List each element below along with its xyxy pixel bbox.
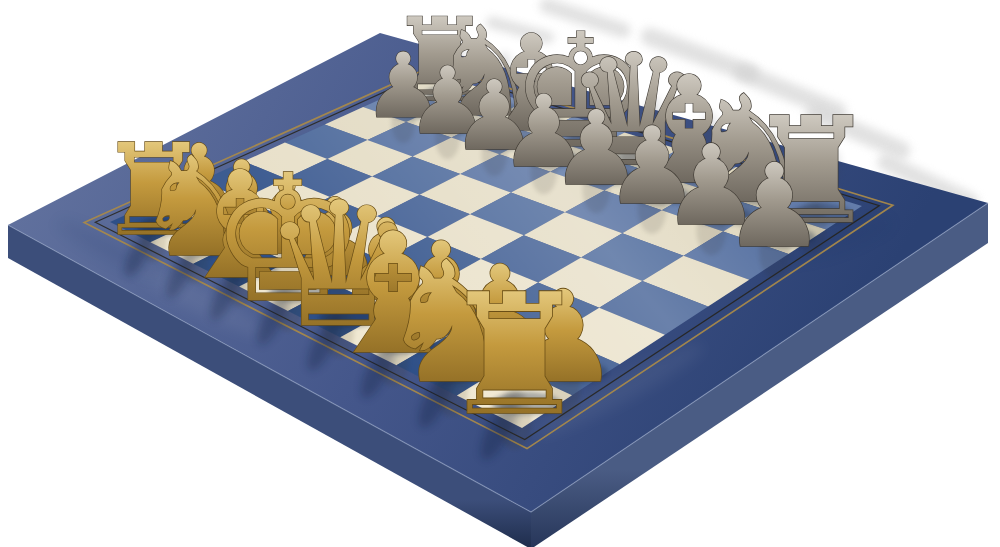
piece-white-rook-a1: ♜ <box>440 258 590 452</box>
piece-black-pawn-a7: ♟ <box>723 139 826 273</box>
chess-set-product-photo: ♜♞♟♝♟♚♟♛♟♝♟♞♟♟♜♟♟♜♟♟♞♟♝♟♚♟♛♟♝♟♞♜ <box>0 0 1000 547</box>
chess-board: ♜♞♟♝♟♚♟♛♟♝♟♞♟♟♜♟♟♜♟♟♞♟♝♟♚♟♛♟♝♟♞♜ <box>0 0 1000 547</box>
